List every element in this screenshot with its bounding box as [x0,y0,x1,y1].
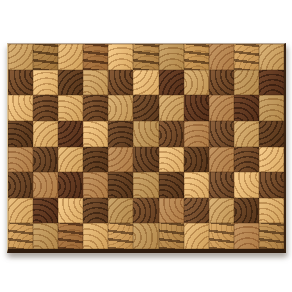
board-square [259,172,284,198]
board-square [133,95,158,121]
board-square [133,70,158,96]
board-square [133,44,158,70]
board-square [184,95,209,121]
board-square [234,147,259,173]
board-square [108,147,133,173]
board-square [8,44,33,70]
board-square [209,223,234,249]
board-square [209,95,234,121]
board-square [259,95,284,121]
board-square [259,198,284,224]
board-square [108,44,133,70]
board-square [184,44,209,70]
board-square [184,147,209,173]
board-square [8,147,33,173]
board-square [133,172,158,198]
board-square [108,121,133,147]
board-square [8,121,33,147]
board-square [159,70,184,96]
board-square [108,223,133,249]
board-square [58,44,83,70]
cutting-board [7,43,286,253]
board-square [33,172,58,198]
board-square [133,223,158,249]
board-square [83,95,108,121]
board-square [234,95,259,121]
board-square [83,223,108,249]
board-square [8,95,33,121]
board-square [133,147,158,173]
board-square [184,121,209,147]
board-square [58,70,83,96]
cutting-board-photo [0,0,292,292]
board-square [33,121,58,147]
board-square [8,70,33,96]
board-square [83,70,108,96]
board-square [159,198,184,224]
board-square [83,44,108,70]
board-square [8,172,33,198]
board-square [133,121,158,147]
board-square [33,70,58,96]
board-square [159,172,184,198]
board-square [209,198,234,224]
board-square [83,147,108,173]
board-square [108,172,133,198]
board-square [184,172,209,198]
board-square [159,95,184,121]
board-square [83,198,108,224]
board-square [259,70,284,96]
board-square [8,198,33,224]
board-square [209,121,234,147]
board-square [234,121,259,147]
board-square [259,223,284,249]
board-square [234,223,259,249]
board-square [259,121,284,147]
board-square [184,223,209,249]
board-square [33,44,58,70]
board-square [209,44,234,70]
board-square [209,147,234,173]
board-square [108,198,133,224]
board-square [58,223,83,249]
board-square [58,95,83,121]
board-square [234,44,259,70]
board-square [33,147,58,173]
board-square [184,70,209,96]
board-square [58,121,83,147]
board-square [58,198,83,224]
board-square [259,147,284,173]
board-square [33,198,58,224]
board-square [159,121,184,147]
board-square [209,70,234,96]
board-square [159,147,184,173]
board-square [108,70,133,96]
board-square [108,95,133,121]
board-square [184,198,209,224]
board-square [33,223,58,249]
board-square [83,121,108,147]
board-square [33,95,58,121]
board-square [234,198,259,224]
board-square [83,172,108,198]
board-square [234,172,259,198]
board-square [58,147,83,173]
board-square [159,223,184,249]
board-square [234,70,259,96]
board-square [259,44,284,70]
board-square [209,172,234,198]
board-square [159,44,184,70]
board-square [58,172,83,198]
board-square [8,223,33,249]
board-square [133,198,158,224]
